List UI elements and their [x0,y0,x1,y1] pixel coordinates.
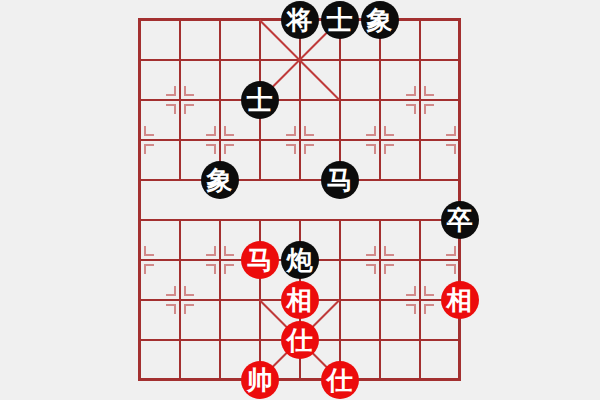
intersection-c0-r5[interactable] [120,200,160,240]
intersection-c4-r6[interactable]: 炮 [280,240,320,280]
intersection-c1-r5[interactable] [160,200,200,240]
intersection-c5-r4[interactable]: 马 [320,160,360,200]
intersection-c4-r7[interactable]: 相 [280,280,320,320]
intersection-c6-r8[interactable] [360,320,400,360]
intersection-c5-r7[interactable] [320,280,360,320]
intersection-c7-r0[interactable] [400,0,440,40]
piece-red-advisor[interactable]: 仕 [321,361,359,399]
piece-red-general[interactable]: 帅 [241,361,279,399]
intersection-c1-r9[interactable] [160,360,200,400]
intersection-c1-r6[interactable] [160,240,200,280]
intersection-c1-r0[interactable] [160,0,200,40]
intersection-c8-r4[interactable] [440,160,480,200]
intersection-c8-r9[interactable] [440,360,480,400]
intersection-c8-r6[interactable] [440,240,480,280]
intersection-c2-r8[interactable] [200,320,240,360]
piece-red-horse[interactable]: 马 [241,241,279,279]
intersection-c5-r8[interactable] [320,320,360,360]
intersection-c3-r5[interactable] [240,200,280,240]
intersection-c2-r6[interactable] [200,240,240,280]
intersection-c8-r5[interactable]: 卒 [440,200,480,240]
intersection-c0-r6[interactable] [120,240,160,280]
intersection-c5-r5[interactable] [320,200,360,240]
intersection-c7-r2[interactable] [400,80,440,120]
intersection-c0-r9[interactable] [120,360,160,400]
intersection-c7-r9[interactable] [400,360,440,400]
intersection-c5-r2[interactable] [320,80,360,120]
intersection-c8-r8[interactable] [440,320,480,360]
intersection-c7-r5[interactable] [400,200,440,240]
intersection-c3-r4[interactable] [240,160,280,200]
piece-black-cannon[interactable]: 炮 [281,241,319,279]
intersection-c1-r2[interactable] [160,80,200,120]
intersection-c4-r0[interactable]: 将 [280,0,320,40]
intersection-c0-r7[interactable] [120,280,160,320]
intersection-c3-r7[interactable] [240,280,280,320]
intersection-c0-r2[interactable] [120,80,160,120]
intersection-c0-r0[interactable] [120,0,160,40]
intersection-c8-r7[interactable]: 相 [440,280,480,320]
intersection-c1-r8[interactable] [160,320,200,360]
intersection-c1-r3[interactable] [160,120,200,160]
intersection-c4-r2[interactable] [280,80,320,120]
piece-red-elephant[interactable]: 相 [281,281,319,319]
intersection-c5-r9[interactable]: 仕 [320,360,360,400]
intersection-c1-r7[interactable] [160,280,200,320]
intersection-c0-r4[interactable] [120,160,160,200]
intersection-c8-r1[interactable] [440,40,480,80]
piece-black-horse[interactable]: 马 [321,161,359,199]
intersection-c4-r5[interactable] [280,200,320,240]
intersection-c7-r1[interactable] [400,40,440,80]
intersection-c8-r3[interactable] [440,120,480,160]
intersection-c7-r7[interactable] [400,280,440,320]
piece-black-elephant[interactable]: 象 [201,161,239,199]
intersection-c6-r2[interactable] [360,80,400,120]
intersection-c6-r0[interactable]: 象 [360,0,400,40]
intersection-c3-r0[interactable] [240,0,280,40]
piece-black-elephant[interactable]: 象 [361,1,399,39]
intersection-c5-r3[interactable] [320,120,360,160]
intersection-c4-r8[interactable]: 仕 [280,320,320,360]
intersection-c7-r8[interactable] [400,320,440,360]
piece-red-advisor[interactable]: 仕 [281,321,319,359]
piece-red-elephant[interactable]: 相 [441,281,479,319]
intersection-c2-r9[interactable] [200,360,240,400]
intersection-c8-r0[interactable] [440,0,480,40]
intersection-c2-r0[interactable] [200,0,240,40]
intersection-c4-r1[interactable] [280,40,320,80]
intersection-c0-r3[interactable] [120,120,160,160]
intersection-c2-r4[interactable]: 象 [200,160,240,200]
intersection-c3-r6[interactable]: 马 [240,240,280,280]
intersection-c3-r2[interactable]: 士 [240,80,280,120]
intersection-c6-r5[interactable] [360,200,400,240]
intersection-c2-r2[interactable] [200,80,240,120]
piece-black-advisor[interactable]: 士 [321,1,359,39]
intersection-c2-r1[interactable] [200,40,240,80]
intersection-c6-r9[interactable] [360,360,400,400]
intersection-c3-r1[interactable] [240,40,280,80]
intersection-c3-r3[interactable] [240,120,280,160]
intersection-c5-r1[interactable] [320,40,360,80]
intersection-c4-r3[interactable] [280,120,320,160]
intersection-c8-r2[interactable] [440,80,480,120]
intersection-c1-r1[interactable] [160,40,200,80]
intersection-c4-r9[interactable] [280,360,320,400]
intersection-c0-r1[interactable] [120,40,160,80]
intersection-c7-r3[interactable] [400,120,440,160]
intersection-c1-r4[interactable] [160,160,200,200]
intersection-c7-r4[interactable] [400,160,440,200]
intersection-c5-r0[interactable]: 士 [320,0,360,40]
intersection-c6-r1[interactable] [360,40,400,80]
intersection-c3-r8[interactable] [240,320,280,360]
intersection-c2-r5[interactable] [200,200,240,240]
piece-black-soldier[interactable]: 卒 [441,201,479,239]
intersection-c6-r4[interactable] [360,160,400,200]
intersection-c4-r4[interactable] [280,160,320,200]
intersection-c6-r3[interactable] [360,120,400,160]
intersection-c2-r7[interactable] [200,280,240,320]
intersection-c0-r8[interactable] [120,320,160,360]
xiangqi-app-screen: 将士象士象马卒马炮相相仕帅仕 [0,0,600,400]
intersection-c5-r6[interactable] [320,240,360,280]
intersection-c3-r9[interactable]: 帅 [240,360,280,400]
intersection-c6-r7[interactable] [360,280,400,320]
xiangqi-board: 将士象士象马卒马炮相相仕帅仕 [120,0,480,400]
intersection-c7-r6[interactable] [400,240,440,280]
intersection-c2-r3[interactable] [200,120,240,160]
intersection-c6-r6[interactable] [360,240,400,280]
piece-black-advisor[interactable]: 士 [241,81,279,119]
piece-black-general[interactable]: 将 [281,1,319,39]
